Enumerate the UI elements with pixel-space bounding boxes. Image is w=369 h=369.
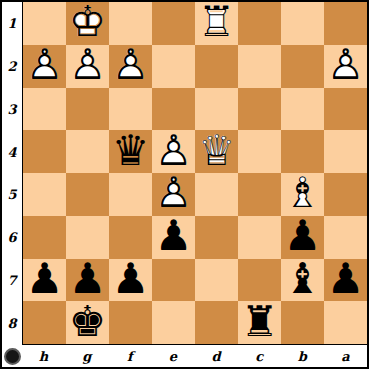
square-f7[interactable]: ♟	[109, 259, 152, 302]
black-bishop: ♝	[281, 259, 324, 302]
square-h1[interactable]	[23, 2, 66, 45]
square-e4[interactable]: ♟♙	[152, 130, 195, 173]
square-d7[interactable]	[195, 259, 238, 302]
square-f5[interactable]	[109, 173, 152, 216]
square-c6[interactable]	[238, 216, 281, 259]
white-pawn-outline: ♙	[66, 45, 109, 88]
rank-label-1: 1	[2, 2, 22, 45]
black-pawn-glyph: ♟	[23, 259, 66, 302]
square-b3[interactable]	[281, 88, 324, 131]
black-king: ♚	[66, 301, 109, 344]
square-c4[interactable]	[238, 130, 281, 173]
rank-label-8: 8	[2, 302, 22, 345]
white-pawn: ♟♙	[152, 130, 195, 173]
corner-cell	[2, 345, 22, 367]
rank-label-6: 6	[2, 216, 22, 259]
square-b4[interactable]	[281, 130, 324, 173]
black-pawn: ♟	[66, 259, 109, 302]
side-to-move-indicator	[4, 348, 21, 365]
square-f6[interactable]	[109, 216, 152, 259]
square-b1[interactable]	[281, 2, 324, 45]
square-g8[interactable]: ♚	[66, 301, 109, 344]
square-a1[interactable]	[324, 2, 367, 45]
white-king: ♚♔	[66, 2, 109, 45]
rank-label-7: 7	[2, 259, 22, 302]
square-d8[interactable]	[195, 301, 238, 344]
square-d2[interactable]	[195, 45, 238, 88]
black-king-glyph: ♚	[66, 301, 109, 344]
white-pawn-outline: ♙	[109, 45, 152, 88]
square-b7[interactable]: ♝	[281, 259, 324, 302]
square-a4[interactable]	[324, 130, 367, 173]
black-pawn-glyph: ♟	[281, 216, 324, 259]
square-a5[interactable]	[324, 173, 367, 216]
file-label-a: a	[324, 345, 367, 367]
square-b5[interactable]: ♝♗	[281, 173, 324, 216]
square-c3[interactable]	[238, 88, 281, 131]
square-e3[interactable]	[152, 88, 195, 131]
square-f4[interactable]: ♛	[109, 130, 152, 173]
chess-diagram: 12345678 ♚♔♜♖♟♙♟♙♟♙♟♙♛♟♙♛♕♟♙♝♗♟♟♟♟♟♝♟♚♜ …	[0, 0, 369, 369]
square-h3[interactable]	[23, 88, 66, 131]
square-c8[interactable]: ♜	[238, 301, 281, 344]
square-f8[interactable]	[109, 301, 152, 344]
square-d4[interactable]: ♛♕	[195, 130, 238, 173]
white-rook: ♜♖	[195, 2, 238, 45]
square-f2[interactable]: ♟♙	[109, 45, 152, 88]
square-h7[interactable]: ♟	[23, 259, 66, 302]
black-pawn: ♟	[152, 216, 195, 259]
black-pawn: ♟	[324, 259, 367, 302]
white-pawn: ♟♙	[23, 45, 66, 88]
square-g2[interactable]: ♟♙	[66, 45, 109, 88]
square-e6[interactable]: ♟	[152, 216, 195, 259]
black-pawn-glyph: ♟	[324, 259, 367, 302]
square-g4[interactable]	[66, 130, 109, 173]
square-g6[interactable]	[66, 216, 109, 259]
square-a2[interactable]: ♟♙	[324, 45, 367, 88]
file-labels: hgfedcba	[22, 345, 367, 367]
square-e2[interactable]	[152, 45, 195, 88]
square-g1[interactable]: ♚♔	[66, 2, 109, 45]
white-queen: ♛♕	[195, 130, 238, 173]
square-g3[interactable]	[66, 88, 109, 131]
black-rook: ♜	[238, 301, 281, 344]
square-d3[interactable]	[195, 88, 238, 131]
black-pawn-glyph: ♟	[109, 259, 152, 302]
rank-label-5: 5	[2, 174, 22, 217]
square-g7[interactable]: ♟	[66, 259, 109, 302]
square-h4[interactable]	[23, 130, 66, 173]
white-pawn-outline: ♙	[152, 173, 195, 216]
black-pawn-glyph: ♟	[66, 259, 109, 302]
black-rook-glyph: ♜	[238, 301, 281, 344]
square-d6[interactable]	[195, 216, 238, 259]
square-c7[interactable]	[238, 259, 281, 302]
white-pawn-outline: ♙	[324, 45, 367, 88]
file-label-g: g	[65, 345, 108, 367]
white-bishop-outline: ♗	[281, 173, 324, 216]
white-pawn: ♟♙	[66, 45, 109, 88]
file-label-b: b	[281, 345, 324, 367]
square-f1[interactable]	[109, 2, 152, 45]
white-queen-outline: ♕	[195, 130, 238, 173]
black-pawn-glyph: ♟	[152, 216, 195, 259]
square-a6[interactable]	[324, 216, 367, 259]
square-h2[interactable]: ♟♙	[23, 45, 66, 88]
square-b8[interactable]	[281, 301, 324, 344]
square-d5[interactable]	[195, 173, 238, 216]
square-b2[interactable]	[281, 45, 324, 88]
white-king-outline: ♔	[66, 2, 109, 45]
file-label-f: f	[108, 345, 151, 367]
file-label-e: e	[151, 345, 194, 367]
black-pawn: ♟	[23, 259, 66, 302]
black-pawn: ♟	[109, 259, 152, 302]
file-label-h: h	[22, 345, 65, 367]
white-pawn: ♟♙	[109, 45, 152, 88]
square-a7[interactable]: ♟	[324, 259, 367, 302]
white-pawn-outline: ♙	[152, 130, 195, 173]
square-f3[interactable]	[109, 88, 152, 131]
rank-labels: 12345678	[2, 2, 22, 345]
white-pawn: ♟♙	[324, 45, 367, 88]
board: ♚♔♜♖♟♙♟♙♟♙♟♙♛♟♙♛♕♟♙♝♗♟♟♟♟♟♝♟♚♜	[22, 2, 367, 345]
square-h5[interactable]	[23, 173, 66, 216]
square-c2[interactable]	[238, 45, 281, 88]
square-c1[interactable]	[238, 2, 281, 45]
square-e5[interactable]: ♟♙	[152, 173, 195, 216]
square-e7[interactable]	[152, 259, 195, 302]
square-c5[interactable]	[238, 173, 281, 216]
square-e1[interactable]	[152, 2, 195, 45]
black-queen-glyph: ♛	[109, 130, 152, 173]
square-b6[interactable]: ♟	[281, 216, 324, 259]
file-label-c: c	[238, 345, 281, 367]
file-label-d: d	[195, 345, 238, 367]
black-queen: ♛	[109, 130, 152, 173]
square-h6[interactable]	[23, 216, 66, 259]
white-pawn: ♟♙	[152, 173, 195, 216]
square-d1[interactable]: ♜♖	[195, 2, 238, 45]
square-g5[interactable]	[66, 173, 109, 216]
rank-label-4: 4	[2, 131, 22, 174]
black-bishop-glyph: ♝	[281, 259, 324, 302]
black-pawn: ♟	[281, 216, 324, 259]
square-h8[interactable]	[23, 301, 66, 344]
rank-label-3: 3	[2, 88, 22, 131]
white-rook-outline: ♖	[195, 2, 238, 45]
white-pawn-outline: ♙	[23, 45, 66, 88]
square-a3[interactable]	[324, 88, 367, 131]
square-e8[interactable]	[152, 301, 195, 344]
square-a8[interactable]	[324, 301, 367, 344]
rank-label-2: 2	[2, 45, 22, 88]
white-bishop: ♝♗	[281, 173, 324, 216]
